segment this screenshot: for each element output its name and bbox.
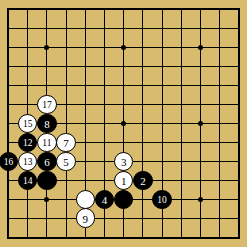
stone-label: 15: [23, 119, 33, 129]
stone-black-6: 6: [37, 152, 57, 172]
stone-label: 14: [23, 176, 33, 186]
stone-black-2: 2: [133, 171, 153, 191]
stone-label: 6: [44, 156, 50, 167]
stone-white-5: 5: [56, 152, 76, 172]
stone-label: 9: [83, 213, 89, 224]
stone-white-17: 17: [37, 95, 57, 115]
stone-white-11: 11: [37, 133, 57, 153]
stone-black-8: 8: [37, 114, 57, 134]
stone-label: 8: [44, 118, 50, 129]
stone-label: 12: [23, 138, 33, 148]
grid-line-vertical: [142, 10, 143, 238]
star-point: [198, 121, 203, 126]
star-point: [198, 197, 203, 202]
stone-label: 17: [42, 100, 52, 110]
star-point: [198, 45, 203, 50]
go-board-diagram: 1715812117161365314124109: [0, 0, 247, 247]
stone-black-10: 10: [152, 190, 172, 210]
stone-label: 13: [23, 157, 33, 167]
stone-white-plain: [76, 190, 96, 210]
stone-label: 7: [63, 137, 69, 148]
stone-white-7: 7: [56, 133, 76, 153]
stone-label: 10: [157, 195, 167, 205]
grid-line-vertical: [181, 10, 182, 238]
stone-white-9: 9: [76, 208, 96, 228]
stone-label: 1: [121, 175, 127, 186]
stone-label: 2: [140, 175, 146, 186]
stone-black-plain: [37, 171, 57, 191]
stone-label: 4: [102, 194, 108, 205]
stone-label: 5: [63, 156, 69, 167]
grid-line-vertical: [219, 10, 220, 238]
go-board[interactable]: 1715812117161365314124109: [0, 0, 247, 247]
stone-label: 16: [4, 157, 14, 167]
stone-label: 11: [42, 138, 51, 148]
stone-label: 3: [121, 156, 127, 167]
grid-line-horizontal: [9, 218, 239, 219]
